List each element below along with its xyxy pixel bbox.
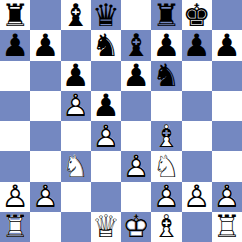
piece-black-pawn[interactable]: ♟: [0, 30, 30, 60]
piece-outline: ♙: [91, 121, 121, 151]
square-b8[interactable]: [30, 0, 60, 30]
square-e4[interactable]: [121, 121, 151, 151]
square-c3[interactable]: ♞♘: [61, 151, 91, 181]
square-f3[interactable]: ♞♘: [151, 151, 181, 181]
piece-black-knight[interactable]: ♞: [91, 30, 121, 60]
piece-black-pawn[interactable]: ♟: [121, 61, 151, 91]
piece-black-pawn[interactable]: ♟: [151, 30, 181, 60]
square-c5[interactable]: ♟♙: [61, 91, 91, 121]
square-g2[interactable]: ♟♙: [182, 182, 212, 212]
piece-black-rook[interactable]: ♜: [0, 0, 30, 30]
piece-outline: ♕: [91, 212, 121, 242]
piece-black-queen[interactable]: ♛: [91, 0, 121, 30]
square-e6[interactable]: ♟: [121, 61, 151, 91]
square-c4[interactable]: [61, 121, 91, 151]
piece-outline: ♙: [30, 182, 60, 212]
piece-outline: ♗: [151, 121, 181, 151]
square-c7[interactable]: [61, 30, 91, 60]
square-b2[interactable]: ♟♙: [30, 182, 60, 212]
square-e3[interactable]: ♟♙: [121, 151, 151, 181]
piece-white-pawn[interactable]: ♟♙: [91, 121, 121, 151]
square-e7[interactable]: ♝: [121, 30, 151, 60]
square-a7[interactable]: ♟: [0, 30, 30, 60]
square-c8[interactable]: ♝: [61, 0, 91, 30]
square-b5[interactable]: [30, 91, 60, 121]
piece-white-queen[interactable]: ♛♕: [91, 212, 121, 242]
piece-white-pawn[interactable]: ♟♙: [121, 151, 151, 181]
square-g4[interactable]: [182, 121, 212, 151]
piece-white-pawn[interactable]: ♟♙: [151, 182, 181, 212]
piece-outline: ♙: [151, 182, 181, 212]
square-c2[interactable]: [61, 182, 91, 212]
square-d3[interactable]: [91, 151, 121, 181]
piece-black-rook[interactable]: ♜: [151, 0, 181, 30]
piece-white-pawn[interactable]: ♟♙: [182, 182, 212, 212]
square-c6[interactable]: ♟: [61, 61, 91, 91]
square-e8[interactable]: [121, 0, 151, 30]
piece-white-rook[interactable]: ♜♖: [0, 212, 30, 242]
piece-outline: ♖: [212, 212, 242, 242]
square-c1[interactable]: [61, 212, 91, 242]
square-h2[interactable]: ♟♙: [212, 182, 242, 212]
piece-black-knight[interactable]: ♞: [151, 61, 181, 91]
square-b3[interactable]: [30, 151, 60, 181]
piece-white-rook[interactable]: ♜♖: [212, 212, 242, 242]
square-b7[interactable]: ♟: [30, 30, 60, 60]
piece-outline: ♘: [151, 151, 181, 181]
square-a4[interactable]: [0, 121, 30, 151]
piece-outline: ♙: [0, 182, 30, 212]
square-b6[interactable]: [30, 61, 60, 91]
square-h1[interactable]: ♜♖: [212, 212, 242, 242]
square-g3[interactable]: [182, 151, 212, 181]
piece-white-pawn[interactable]: ♟♙: [30, 182, 60, 212]
piece-black-pawn[interactable]: ♟: [61, 61, 91, 91]
square-g5[interactable]: [182, 91, 212, 121]
square-b1[interactable]: [30, 212, 60, 242]
piece-outline: ♔: [121, 212, 151, 242]
square-f1[interactable]: ♝♗: [151, 212, 181, 242]
square-g7[interactable]: ♟: [182, 30, 212, 60]
square-a5[interactable]: [0, 91, 30, 121]
piece-black-pawn[interactable]: ♟: [182, 30, 212, 60]
square-h4[interactable]: [212, 121, 242, 151]
square-f4[interactable]: ♝♗: [151, 121, 181, 151]
square-a6[interactable]: [0, 61, 30, 91]
square-h8[interactable]: [212, 0, 242, 30]
piece-outline: ♙: [212, 182, 242, 212]
piece-white-pawn[interactable]: ♟♙: [0, 182, 30, 212]
square-b4[interactable]: [30, 121, 60, 151]
square-f6[interactable]: ♞: [151, 61, 181, 91]
piece-white-king[interactable]: ♚♔: [121, 212, 151, 242]
square-g1[interactable]: [182, 212, 212, 242]
square-d6[interactable]: [91, 61, 121, 91]
piece-outline: ♘: [61, 151, 91, 181]
piece-outline: ♙: [121, 151, 151, 181]
square-a2[interactable]: ♟♙: [0, 182, 30, 212]
square-d7[interactable]: ♞: [91, 30, 121, 60]
piece-white-pawn[interactable]: ♟♙: [61, 91, 91, 121]
square-f5[interactable]: [151, 91, 181, 121]
square-e1[interactable]: ♚♔: [121, 212, 151, 242]
piece-white-knight[interactable]: ♞♘: [61, 151, 91, 181]
square-a8[interactable]: ♜: [0, 0, 30, 30]
square-f8[interactable]: ♜: [151, 0, 181, 30]
piece-outline: ♖: [0, 212, 30, 242]
square-f7[interactable]: ♟: [151, 30, 181, 60]
chess-board: ♜♝♛♜♚♟♟♞♝♟♟♟♟♟♞♟♙♟♟♙♝♗♞♘♟♙♞♘♟♙♟♙♟♙♟♙♟♙♜♖…: [0, 0, 242, 242]
square-h7[interactable]: ♟: [212, 30, 242, 60]
square-d8[interactable]: ♛: [91, 0, 121, 30]
square-e2[interactable]: [121, 182, 151, 212]
square-e5[interactable]: [121, 91, 151, 121]
piece-black-bishop[interactable]: ♝: [121, 30, 151, 60]
square-d2[interactable]: [91, 182, 121, 212]
piece-white-pawn[interactable]: ♟♙: [212, 182, 242, 212]
piece-black-pawn[interactable]: ♟: [91, 91, 121, 121]
square-g8[interactable]: ♚: [182, 0, 212, 30]
piece-black-bishop[interactable]: ♝: [61, 0, 91, 30]
piece-outline: ♗: [151, 212, 181, 242]
piece-white-bishop[interactable]: ♝♗: [151, 121, 181, 151]
square-d5[interactable]: ♟: [91, 91, 121, 121]
square-d4[interactable]: ♟♙: [91, 121, 121, 151]
piece-black-king[interactable]: ♚: [182, 0, 212, 30]
square-h6[interactable]: [212, 61, 242, 91]
piece-outline: ♙: [182, 182, 212, 212]
square-a1[interactable]: ♜♖: [0, 212, 30, 242]
square-a3[interactable]: [0, 151, 30, 181]
piece-black-pawn[interactable]: ♟: [212, 30, 242, 60]
square-g6[interactable]: [182, 61, 212, 91]
square-h5[interactable]: [212, 91, 242, 121]
piece-white-bishop[interactable]: ♝♗: [151, 212, 181, 242]
piece-white-knight[interactable]: ♞♘: [151, 151, 181, 181]
piece-outline: ♙: [61, 91, 91, 121]
square-f2[interactable]: ♟♙: [151, 182, 181, 212]
square-d1[interactable]: ♛♕: [91, 212, 121, 242]
square-h3[interactable]: [212, 151, 242, 181]
piece-black-pawn[interactable]: ♟: [30, 30, 60, 60]
